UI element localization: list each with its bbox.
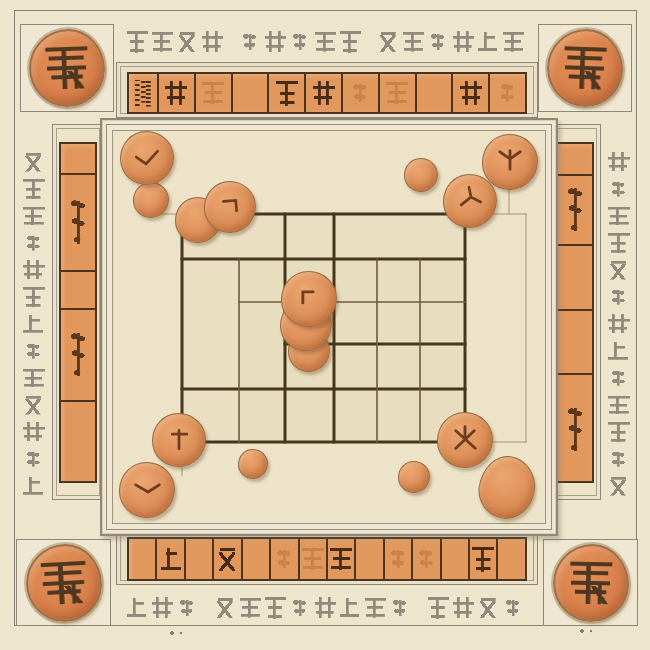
smudge-mark-left <box>168 629 186 636</box>
game-piece-p12[interactable] <box>119 462 175 518</box>
piece-mark-bird2-icon <box>451 182 490 221</box>
board-artwork <box>0 0 650 650</box>
piece-mark-hook-icon <box>211 188 249 226</box>
smudge-mark-right <box>578 627 596 634</box>
piece-mark-angle-icon <box>128 139 167 178</box>
game-piece-p7[interactable] <box>443 174 497 228</box>
pieces-layer <box>0 0 650 650</box>
piece-mark-tee-icon <box>160 421 199 460</box>
game-piece-p16[interactable] <box>474 452 539 523</box>
game-piece-p15[interactable] <box>437 412 493 468</box>
game-piece-p5[interactable] <box>404 158 438 192</box>
game-piece-p6[interactable] <box>482 134 538 190</box>
game-piece-p14[interactable] <box>398 461 430 493</box>
piece-mark-angle2-icon <box>127 470 168 511</box>
game-piece-p1[interactable] <box>120 131 174 185</box>
piece-mark-bird-icon <box>490 142 531 183</box>
game-piece-p10[interactable] <box>281 271 337 327</box>
game-piece-p13[interactable] <box>238 449 268 479</box>
piece-mark-cross-icon <box>445 420 486 461</box>
game-piece-p2[interactable] <box>133 182 169 218</box>
game-piece-p11[interactable] <box>152 413 206 467</box>
piece-mark-hook2-icon <box>289 279 330 320</box>
game-piece-p4[interactable] <box>204 181 256 233</box>
